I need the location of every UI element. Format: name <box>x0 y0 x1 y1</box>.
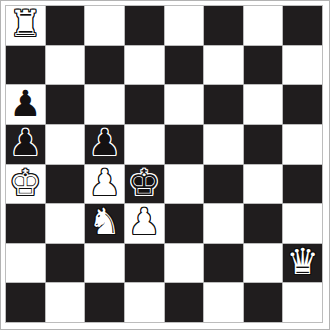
square-g6[interactable] <box>244 85 283 124</box>
square-h5[interactable] <box>283 125 322 164</box>
chess-diagram: ♜♟♟♟♚♟♚♞♟♛ <box>0 0 330 330</box>
square-e5[interactable] <box>165 125 204 164</box>
square-a3[interactable] <box>6 204 45 243</box>
square-f2[interactable] <box>204 244 243 283</box>
square-a7[interactable] <box>6 46 45 85</box>
square-c4[interactable]: ♟ <box>85 165 124 204</box>
square-a1[interactable] <box>6 283 45 322</box>
square-c5[interactable]: ♟ <box>85 125 124 164</box>
white-king-a4[interactable]: ♚ <box>9 165 41 201</box>
square-d3[interactable]: ♟ <box>125 204 164 243</box>
white-pawn-d3[interactable]: ♟ <box>128 204 160 240</box>
square-c2[interactable] <box>85 244 124 283</box>
square-g7[interactable] <box>244 46 283 85</box>
square-h7[interactable] <box>283 46 322 85</box>
square-g5[interactable] <box>244 125 283 164</box>
square-c6[interactable] <box>85 85 124 124</box>
square-h6[interactable] <box>283 85 322 124</box>
square-e1[interactable] <box>165 283 204 322</box>
white-pawn-c4[interactable]: ♟ <box>88 165 120 201</box>
square-f7[interactable] <box>204 46 243 85</box>
square-b3[interactable] <box>46 204 85 243</box>
square-h4[interactable] <box>283 165 322 204</box>
chess-board: ♜♟♟♟♚♟♚♞♟♛ <box>5 5 323 323</box>
square-a5[interactable]: ♟ <box>6 125 45 164</box>
black-pawn-a5[interactable]: ♟ <box>9 125 41 161</box>
white-rook-a8[interactable]: ♜ <box>9 6 41 42</box>
square-a4[interactable]: ♚ <box>6 165 45 204</box>
black-pawn-c5[interactable]: ♟ <box>88 125 120 161</box>
square-e6[interactable] <box>165 85 204 124</box>
white-knight-c3[interactable]: ♞ <box>88 204 120 240</box>
square-f4[interactable] <box>204 165 243 204</box>
square-c8[interactable] <box>85 6 124 45</box>
square-e2[interactable] <box>165 244 204 283</box>
square-f3[interactable] <box>204 204 243 243</box>
square-a2[interactable] <box>6 244 45 283</box>
square-d8[interactable] <box>125 6 164 45</box>
square-d2[interactable] <box>125 244 164 283</box>
square-f8[interactable] <box>204 6 243 45</box>
square-g3[interactable] <box>244 204 283 243</box>
square-f6[interactable] <box>204 85 243 124</box>
square-b1[interactable] <box>46 283 85 322</box>
black-pawn-a6[interactable]: ♟ <box>9 86 41 122</box>
square-f5[interactable] <box>204 125 243 164</box>
square-d4[interactable]: ♚ <box>125 165 164 204</box>
square-d7[interactable] <box>125 46 164 85</box>
square-b5[interactable] <box>46 125 85 164</box>
square-e7[interactable] <box>165 46 204 85</box>
square-b7[interactable] <box>46 46 85 85</box>
square-b2[interactable] <box>46 244 85 283</box>
square-g1[interactable] <box>244 283 283 322</box>
square-e8[interactable] <box>165 6 204 45</box>
square-g2[interactable] <box>244 244 283 283</box>
square-a8[interactable]: ♜ <box>6 6 45 45</box>
square-e3[interactable] <box>165 204 204 243</box>
square-d1[interactable] <box>125 283 164 322</box>
square-h3[interactable] <box>283 204 322 243</box>
square-h8[interactable] <box>283 6 322 45</box>
square-g4[interactable] <box>244 165 283 204</box>
square-h2[interactable]: ♛ <box>283 244 322 283</box>
square-a6[interactable]: ♟ <box>6 85 45 124</box>
square-e4[interactable] <box>165 165 204 204</box>
square-b4[interactable] <box>46 165 85 204</box>
square-b6[interactable] <box>46 85 85 124</box>
black-king-d4[interactable]: ♚ <box>128 165 160 201</box>
square-f1[interactable] <box>204 283 243 322</box>
square-h1[interactable] <box>283 283 322 322</box>
square-c1[interactable] <box>85 283 124 322</box>
square-g8[interactable] <box>244 6 283 45</box>
square-c3[interactable]: ♞ <box>85 204 124 243</box>
square-d6[interactable] <box>125 85 164 124</box>
square-c7[interactable] <box>85 46 124 85</box>
square-d5[interactable] <box>125 125 164 164</box>
white-queen-h2[interactable]: ♛ <box>287 244 319 280</box>
square-b8[interactable] <box>46 6 85 45</box>
